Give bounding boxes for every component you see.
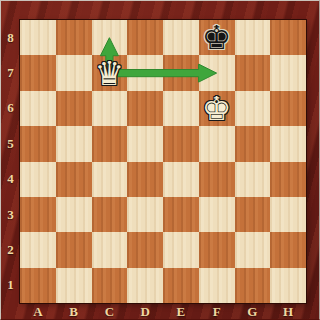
square-c2[interactable]	[92, 232, 128, 267]
rank-label-2: 2	[1, 232, 20, 267]
square-h6[interactable]	[270, 91, 306, 126]
square-a4[interactable]	[20, 162, 56, 197]
square-h7[interactable]	[270, 55, 306, 90]
square-f1[interactable]	[199, 268, 235, 303]
rank-label-4: 4	[1, 162, 20, 197]
square-d3[interactable]	[127, 197, 163, 232]
square-b7[interactable]	[56, 55, 92, 90]
square-e4[interactable]	[163, 162, 199, 197]
square-g3[interactable]	[235, 197, 271, 232]
file-label-b: B	[56, 303, 92, 320]
square-b2[interactable]	[56, 232, 92, 267]
rank-label-5: 5	[1, 126, 20, 161]
square-e8[interactable]	[163, 20, 199, 55]
square-a8[interactable]	[20, 20, 56, 55]
square-a1[interactable]	[20, 268, 56, 303]
square-h5[interactable]	[270, 126, 306, 161]
square-a7[interactable]	[20, 55, 56, 90]
piece-black-king[interactable]: ♚	[199, 20, 235, 55]
square-d6[interactable]	[127, 91, 163, 126]
square-b4[interactable]	[56, 162, 92, 197]
square-a3[interactable]	[20, 197, 56, 232]
square-e3[interactable]	[163, 197, 199, 232]
file-label-c: C	[92, 303, 128, 320]
file-label-e: E	[163, 303, 199, 320]
square-f3[interactable]	[199, 197, 235, 232]
square-h1[interactable]	[270, 268, 306, 303]
square-f4[interactable]	[199, 162, 235, 197]
square-c8[interactable]	[92, 20, 128, 55]
square-c3[interactable]	[92, 197, 128, 232]
square-c1[interactable]	[92, 268, 128, 303]
square-e6[interactable]	[163, 91, 199, 126]
square-g5[interactable]	[235, 126, 271, 161]
square-d4[interactable]	[127, 162, 163, 197]
square-g8[interactable]	[235, 20, 271, 55]
square-f6[interactable]: ♚	[199, 91, 235, 126]
board-frame: 87654321 ABCDEFGH ♚♛♚	[0, 0, 320, 320]
square-g1[interactable]	[235, 268, 271, 303]
square-e2[interactable]	[163, 232, 199, 267]
rank-label-6: 6	[1, 91, 20, 126]
square-d5[interactable]	[127, 126, 163, 161]
rank-label-1: 1	[1, 268, 20, 303]
square-e1[interactable]	[163, 268, 199, 303]
rank-label-7: 7	[1, 55, 20, 90]
square-h8[interactable]	[270, 20, 306, 55]
file-label-f: F	[199, 303, 235, 320]
square-g4[interactable]	[235, 162, 271, 197]
square-h4[interactable]	[270, 162, 306, 197]
square-d2[interactable]	[127, 232, 163, 267]
rank-label-3: 3	[1, 197, 20, 232]
piece-white-queen[interactable]: ♛	[92, 55, 128, 90]
square-b3[interactable]	[56, 197, 92, 232]
rank-label-8: 8	[1, 20, 20, 55]
square-g2[interactable]	[235, 232, 271, 267]
square-h2[interactable]	[270, 232, 306, 267]
square-a2[interactable]	[20, 232, 56, 267]
square-c6[interactable]	[92, 91, 128, 126]
file-label-g: G	[235, 303, 271, 320]
file-label-h: H	[270, 303, 306, 320]
square-d7[interactable]	[127, 55, 163, 90]
square-f8[interactable]: ♚	[199, 20, 235, 55]
square-b6[interactable]	[56, 91, 92, 126]
square-c4[interactable]	[92, 162, 128, 197]
square-g6[interactable]	[235, 91, 271, 126]
square-d8[interactable]	[127, 20, 163, 55]
square-f2[interactable]	[199, 232, 235, 267]
square-f7[interactable]	[199, 55, 235, 90]
square-c5[interactable]	[92, 126, 128, 161]
square-c7[interactable]: ♛	[92, 55, 128, 90]
square-b1[interactable]	[56, 268, 92, 303]
square-d1[interactable]	[127, 268, 163, 303]
rank-labels: 87654321	[1, 20, 20, 303]
square-f5[interactable]	[199, 126, 235, 161]
piece-white-king[interactable]: ♚	[199, 91, 235, 126]
square-e7[interactable]	[163, 55, 199, 90]
file-labels: ABCDEFGH	[20, 303, 306, 320]
file-label-a: A	[20, 303, 56, 320]
square-a6[interactable]	[20, 91, 56, 126]
square-h3[interactable]	[270, 197, 306, 232]
square-g7[interactable]	[235, 55, 271, 90]
square-b8[interactable]	[56, 20, 92, 55]
square-b5[interactable]	[56, 126, 92, 161]
file-label-d: D	[127, 303, 163, 320]
square-a5[interactable]	[20, 126, 56, 161]
square-e5[interactable]	[163, 126, 199, 161]
board[interactable]: ♚♛♚	[20, 20, 306, 303]
